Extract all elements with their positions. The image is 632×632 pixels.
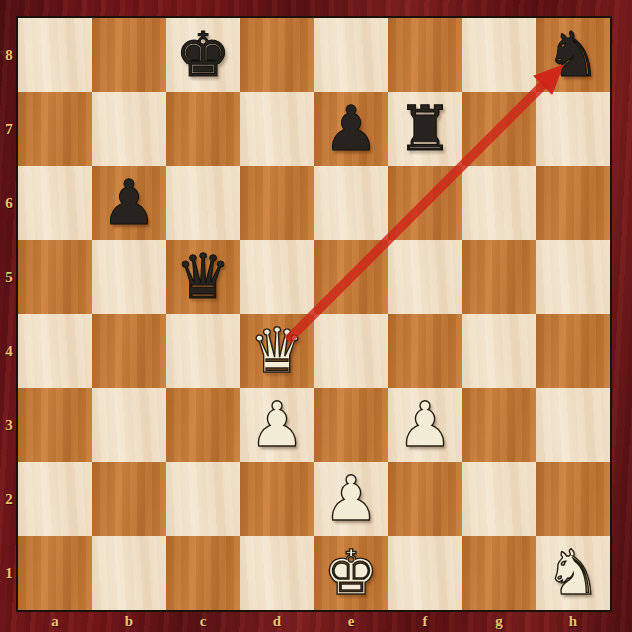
square-b8[interactable]: [92, 18, 166, 92]
square-h4[interactable]: [536, 314, 610, 388]
square-g5[interactable]: [462, 240, 536, 314]
square-h7[interactable]: [536, 92, 610, 166]
square-b3[interactable]: [92, 388, 166, 462]
piece-white-pawn[interactable]: ♟: [323, 462, 379, 536]
square-h5[interactable]: [536, 240, 610, 314]
rank-label-6: 6: [0, 166, 18, 240]
rank-label-1: 1: [0, 536, 18, 610]
square-c5[interactable]: ♛: [166, 240, 240, 314]
square-d1[interactable]: [240, 536, 314, 610]
piece-black-pawn[interactable]: ♟: [323, 92, 379, 166]
square-b4[interactable]: [92, 314, 166, 388]
square-c1[interactable]: [166, 536, 240, 610]
square-f4[interactable]: [388, 314, 462, 388]
square-f5[interactable]: [388, 240, 462, 314]
square-g1[interactable]: [462, 536, 536, 610]
square-f1[interactable]: [388, 536, 462, 610]
square-a6[interactable]: [18, 166, 92, 240]
file-label-d: d: [240, 610, 314, 632]
piece-black-rook[interactable]: ♜: [397, 92, 453, 166]
square-d4[interactable]: ♛: [240, 314, 314, 388]
piece-white-pawn[interactable]: ♟: [249, 388, 305, 462]
square-a3[interactable]: [18, 388, 92, 462]
square-b5[interactable]: [92, 240, 166, 314]
file-label-f: f: [388, 610, 462, 632]
square-d3[interactable]: ♟: [240, 388, 314, 462]
piece-black-pawn[interactable]: ♟: [101, 166, 157, 240]
square-d7[interactable]: [240, 92, 314, 166]
square-b6[interactable]: ♟: [92, 166, 166, 240]
rank-label-3: 3: [0, 388, 18, 462]
square-b1[interactable]: [92, 536, 166, 610]
square-f8[interactable]: [388, 18, 462, 92]
square-f7[interactable]: ♜: [388, 92, 462, 166]
rank-label-4: 4: [0, 314, 18, 388]
file-label-e: e: [314, 610, 388, 632]
square-g7[interactable]: [462, 92, 536, 166]
square-g3[interactable]: [462, 388, 536, 462]
square-a4[interactable]: [18, 314, 92, 388]
square-c4[interactable]: [166, 314, 240, 388]
square-f3[interactable]: ♟: [388, 388, 462, 462]
square-c8[interactable]: ♚: [166, 18, 240, 92]
square-f6[interactable]: [388, 166, 462, 240]
rank-label-8: 8: [0, 18, 18, 92]
square-a7[interactable]: [18, 92, 92, 166]
file-label-g: g: [462, 610, 536, 632]
square-e2[interactable]: ♟: [314, 462, 388, 536]
square-a5[interactable]: [18, 240, 92, 314]
square-d8[interactable]: [240, 18, 314, 92]
piece-white-queen[interactable]: ♛: [249, 314, 305, 388]
piece-white-king[interactable]: ♚: [323, 536, 379, 610]
piece-white-knight[interactable]: ♞: [545, 536, 601, 610]
square-c6[interactable]: [166, 166, 240, 240]
rank-label-5: 5: [0, 240, 18, 314]
square-h2[interactable]: [536, 462, 610, 536]
square-c7[interactable]: [166, 92, 240, 166]
square-a8[interactable]: [18, 18, 92, 92]
square-h3[interactable]: [536, 388, 610, 462]
square-e5[interactable]: [314, 240, 388, 314]
square-a2[interactable]: [18, 462, 92, 536]
file-label-a: a: [18, 610, 92, 632]
square-d6[interactable]: [240, 166, 314, 240]
square-e8[interactable]: [314, 18, 388, 92]
square-g6[interactable]: [462, 166, 536, 240]
square-a1[interactable]: [18, 536, 92, 610]
file-label-h: h: [536, 610, 610, 632]
square-c3[interactable]: [166, 388, 240, 462]
file-label-c: c: [166, 610, 240, 632]
piece-white-pawn[interactable]: ♟: [397, 388, 453, 462]
square-b2[interactable]: [92, 462, 166, 536]
square-e3[interactable]: [314, 388, 388, 462]
square-h8[interactable]: ♞: [536, 18, 610, 92]
square-g2[interactable]: [462, 462, 536, 536]
square-f2[interactable]: [388, 462, 462, 536]
square-d2[interactable]: [240, 462, 314, 536]
piece-black-queen[interactable]: ♛: [175, 240, 231, 314]
chessboard-frame: ♚♞♟♜♟♛♛♟♟♟♚♞ 87654321abcdefgh: [0, 0, 632, 632]
square-h1[interactable]: ♞: [536, 536, 610, 610]
piece-black-knight[interactable]: ♞: [545, 18, 601, 92]
piece-black-king[interactable]: ♚: [175, 18, 231, 92]
square-g8[interactable]: [462, 18, 536, 92]
square-e6[interactable]: [314, 166, 388, 240]
square-g4[interactable]: [462, 314, 536, 388]
square-b7[interactable]: [92, 92, 166, 166]
square-d5[interactable]: [240, 240, 314, 314]
square-c2[interactable]: [166, 462, 240, 536]
square-h6[interactable]: [536, 166, 610, 240]
square-e4[interactable]: [314, 314, 388, 388]
square-e1[interactable]: ♚: [314, 536, 388, 610]
rank-label-2: 2: [0, 462, 18, 536]
rank-label-7: 7: [0, 92, 18, 166]
file-label-b: b: [92, 610, 166, 632]
square-e7[interactable]: ♟: [314, 92, 388, 166]
chess-board: ♚♞♟♜♟♛♛♟♟♟♚♞: [18, 18, 610, 610]
